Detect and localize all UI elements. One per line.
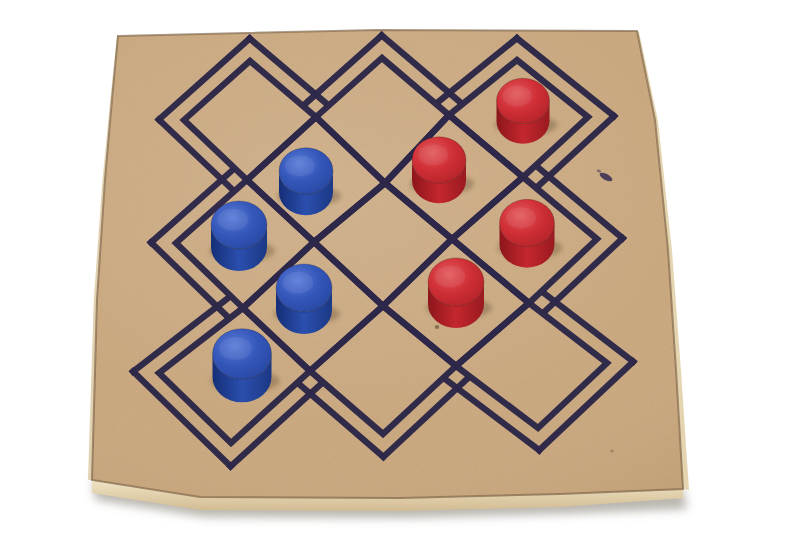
board-photo-svg <box>0 0 800 535</box>
mark-speck <box>435 325 439 329</box>
peg-top-highlight <box>285 155 315 176</box>
peg-top-highlight <box>217 209 248 231</box>
peg-top-highlight <box>219 337 251 360</box>
peg-top-highlight <box>418 144 448 165</box>
peg-top-highlight <box>434 266 465 288</box>
board-game-photo <box>0 0 800 535</box>
mark-speck <box>610 450 614 453</box>
peg-top-highlight <box>503 86 532 107</box>
peg-top-highlight <box>282 272 313 294</box>
peg-top-highlight <box>506 207 536 228</box>
game-board <box>0 0 800 535</box>
